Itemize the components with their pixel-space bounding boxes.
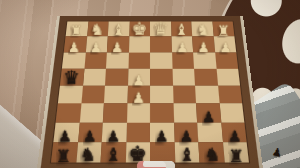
square-a2[interactable]: ♟	[213, 37, 236, 53]
square-b5[interactable]	[195, 86, 219, 104]
square-h2[interactable]: ♟	[64, 37, 87, 53]
square-e3[interactable]	[128, 52, 150, 68]
white-pawn-e5[interactable]: ♟	[132, 91, 145, 106]
square-a4[interactable]	[216, 69, 240, 86]
square-h5[interactable]	[58, 86, 83, 104]
square-c2[interactable]: ♟	[171, 37, 193, 53]
white-pawn-f2[interactable]: ♟	[111, 40, 123, 54]
square-d4[interactable]	[150, 69, 173, 86]
black-pawn-h7[interactable]: ♟	[58, 128, 72, 143]
white-pawn-a2[interactable]: ♟	[219, 40, 231, 54]
black-knight-g8[interactable]: ♞	[80, 146, 96, 164]
white-queen-d1[interactable]: ♛	[153, 21, 169, 38]
photo-scene: ♜♞♝♚♛♝♞♜♟♟♟♟♟♟♛♟♟♟♟♟♟♟♟♟♜♞♝♚♝♞♜ ♟	[0, 0, 300, 168]
square-b1[interactable]: ♞	[191, 21, 213, 36]
white-knight-g1[interactable]: ♞	[90, 23, 104, 38]
black-pawn-a7[interactable]: ♟	[228, 128, 242, 143]
square-f3[interactable]	[106, 52, 128, 68]
black-rook-a8[interactable]: ♜	[229, 148, 244, 165]
square-f1[interactable]: ♝	[108, 21, 130, 36]
square-a6[interactable]	[219, 104, 244, 123]
square-a3[interactable]	[215, 52, 238, 68]
square-e4[interactable]: ♟	[127, 69, 150, 86]
square-c3[interactable]	[172, 52, 194, 68]
square-d1[interactable]: ♛	[150, 21, 171, 36]
square-d3[interactable]	[150, 52, 172, 68]
square-f5[interactable]	[104, 86, 128, 104]
square-a1[interactable]: ♜	[212, 21, 234, 36]
square-g7[interactable]: ♟	[78, 122, 103, 142]
white-knight-b1[interactable]: ♞	[196, 23, 210, 38]
square-e7[interactable]	[126, 122, 150, 142]
square-h7[interactable]: ♟	[53, 122, 79, 142]
square-e1[interactable]: ♚	[129, 21, 150, 36]
square-e5[interactable]: ♟	[127, 86, 150, 104]
white-object	[137, 161, 175, 168]
square-e2[interactable]	[128, 37, 150, 53]
white-pawn-h2[interactable]: ♟	[68, 40, 80, 54]
white-rook-a1[interactable]: ♜	[217, 24, 230, 38]
square-a8[interactable]: ♜	[222, 142, 249, 163]
square-b3[interactable]	[193, 52, 216, 68]
chess-board: ♜♞♝♚♛♝♞♜♟♟♟♟♟♟♛♟♟♟♟♟♟♟♟♟♜♞♝♚♝♞♜	[36, 16, 264, 168]
white-bishop-c1[interactable]: ♝	[175, 23, 189, 38]
square-d7[interactable]: ♟	[150, 122, 174, 142]
square-g4[interactable]	[82, 69, 106, 86]
square-b8[interactable]: ♞	[198, 142, 224, 163]
square-c8[interactable]: ♝	[174, 142, 199, 163]
square-f2[interactable]: ♟	[107, 37, 129, 53]
square-h8[interactable]: ♜	[51, 142, 78, 163]
square-c7[interactable]: ♟	[174, 122, 199, 142]
square-g3[interactable]	[84, 52, 107, 68]
square-c6[interactable]	[173, 104, 197, 123]
square-d8[interactable]	[150, 142, 175, 163]
captured-black-pawn[interactable]: ♟	[271, 145, 283, 160]
square-c5[interactable]	[173, 86, 197, 104]
white-pawn-g2[interactable]: ♟	[90, 40, 102, 54]
square-e6[interactable]	[126, 104, 150, 123]
square-h1[interactable]: ♜	[66, 21, 88, 36]
square-g5[interactable]	[81, 86, 105, 104]
square-f6[interactable]	[103, 104, 127, 123]
white-pawn-b2[interactable]: ♟	[198, 40, 210, 54]
white-rook-h1[interactable]: ♜	[70, 24, 83, 38]
board-grid: ♜♞♝♚♛♝♞♜♟♟♟♟♟♟♛♟♟♟♟♟♟♟♟♟♜♞♝♚♝♞♜	[51, 21, 249, 162]
square-b6[interactable]: ♟	[196, 104, 221, 123]
black-bishop-f8[interactable]: ♝	[105, 146, 121, 164]
square-d6[interactable]	[150, 104, 174, 123]
square-a7[interactable]: ♟	[221, 122, 247, 142]
square-b2[interactable]: ♟	[192, 37, 214, 53]
black-knight-b8[interactable]: ♞	[204, 146, 220, 164]
square-h6[interactable]	[56, 104, 81, 123]
white-bishop-f1[interactable]: ♝	[111, 23, 125, 38]
black-pawn-d7[interactable]: ♟	[155, 128, 169, 143]
square-b7[interactable]	[197, 122, 222, 142]
black-rook-h8[interactable]: ♜	[56, 148, 71, 165]
black-pawn-b6[interactable]: ♟	[202, 109, 215, 124]
square-f4[interactable]	[105, 69, 128, 86]
square-h4[interactable]: ♛	[60, 69, 84, 86]
square-e8[interactable]: ♚	[125, 142, 150, 163]
square-g1[interactable]: ♞	[87, 21, 109, 36]
square-a5[interactable]	[218, 86, 243, 104]
square-d2[interactable]	[150, 37, 172, 53]
square-c4[interactable]	[172, 69, 195, 86]
square-f7[interactable]: ♟	[102, 122, 127, 142]
black-pawn-f7[interactable]: ♟	[107, 128, 121, 143]
black-pawn-g7[interactable]: ♟	[83, 128, 97, 143]
white-pawn-c2[interactable]: ♟	[176, 40, 188, 54]
square-g8[interactable]: ♞	[76, 142, 102, 163]
square-g6[interactable]	[79, 104, 104, 123]
black-queen-h4[interactable]: ♛	[63, 69, 80, 88]
white-king-e1[interactable]: ♚	[132, 21, 148, 38]
square-g2[interactable]: ♟	[85, 37, 107, 53]
square-d5[interactable]	[150, 86, 173, 104]
square-b4[interactable]	[194, 69, 218, 86]
square-c1[interactable]: ♝	[171, 21, 193, 36]
white-pawn-e4[interactable]: ♟	[132, 73, 145, 87]
black-pawn-c7[interactable]: ♟	[179, 128, 193, 143]
black-bishop-c8[interactable]: ♝	[179, 146, 195, 164]
square-f8[interactable]: ♝	[101, 142, 126, 163]
